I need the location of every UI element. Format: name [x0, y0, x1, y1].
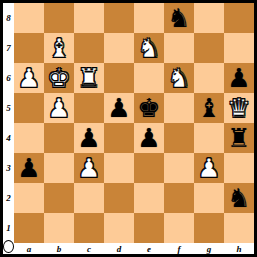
white-king-b6[interactable]: ♚: [47, 63, 70, 93]
black-pawn-e4[interactable]: ♟: [137, 123, 160, 153]
square-g4[interactable]: [194, 123, 224, 153]
rank-label-2: 2: [3, 183, 14, 213]
square-d6[interactable]: [104, 63, 134, 93]
square-b3[interactable]: [44, 153, 74, 183]
square-f2[interactable]: [164, 183, 194, 213]
square-h4[interactable]: ♜: [224, 123, 254, 153]
white-rook-c6[interactable]: ♜: [77, 63, 100, 93]
file-label-a: a: [14, 243, 44, 254]
white-pawn-c3[interactable]: ♟: [77, 153, 100, 183]
square-a3[interactable]: ♟: [14, 153, 44, 183]
rank-label-6: 6: [3, 63, 14, 93]
file-label-b: b: [44, 243, 74, 254]
side-to-move-indicator: [3, 243, 14, 254]
square-f3[interactable]: [164, 153, 194, 183]
square-h8[interactable]: [224, 3, 254, 33]
square-e8[interactable]: [134, 3, 164, 33]
square-g5[interactable]: ♝: [194, 93, 224, 123]
white-to-move-icon: [3, 240, 14, 253]
square-d1[interactable]: [104, 213, 134, 243]
file-label-e: e: [134, 243, 164, 254]
white-bishop-b7[interactable]: ♝: [47, 33, 70, 63]
square-h2[interactable]: ♞: [224, 183, 254, 213]
square-f7[interactable]: [164, 33, 194, 63]
square-c3[interactable]: ♟: [74, 153, 104, 183]
black-pawn-c4[interactable]: ♟: [77, 123, 100, 153]
square-b1[interactable]: [44, 213, 74, 243]
file-label-g: g: [194, 243, 224, 254]
white-knight-f6[interactable]: ♞: [167, 63, 190, 93]
black-pawn-d5[interactable]: ♟: [107, 93, 130, 123]
square-a6[interactable]: ♟: [14, 63, 44, 93]
square-h1[interactable]: [224, 213, 254, 243]
square-e6[interactable]: [134, 63, 164, 93]
square-b2[interactable]: [44, 183, 74, 213]
rank-label-7: 7: [3, 33, 14, 63]
black-rook-h4[interactable]: ♜: [227, 123, 250, 153]
square-h7[interactable]: [224, 33, 254, 63]
file-label-c: c: [74, 243, 104, 254]
square-b6[interactable]: ♚: [44, 63, 74, 93]
white-knight-e7[interactable]: ♞: [137, 33, 160, 63]
square-a1[interactable]: [14, 213, 44, 243]
square-h3[interactable]: [224, 153, 254, 183]
square-g3[interactable]: ♟: [194, 153, 224, 183]
white-pawn-a6[interactable]: ♟: [17, 63, 40, 93]
square-h5[interactable]: ♛: [224, 93, 254, 123]
chess-diagram: 87654321 ♞♝♞♟♚♜♞♟♟♟♚♝♛♟♟♜♟♟♟♞ abcdefgh: [0, 0, 257, 257]
square-b8[interactable]: [44, 3, 74, 33]
file-label-h: h: [224, 243, 254, 254]
black-knight-f8[interactable]: ♞: [167, 3, 190, 33]
square-g6[interactable]: [194, 63, 224, 93]
square-f4[interactable]: [164, 123, 194, 153]
chess-board: ♞♝♞♟♚♜♞♟♟♟♚♝♛♟♟♜♟♟♟♞: [14, 3, 254, 243]
black-bishop-g5[interactable]: ♝: [197, 93, 220, 123]
square-c5[interactable]: [74, 93, 104, 123]
white-pawn-g3[interactable]: ♟: [197, 153, 220, 183]
black-knight-h2[interactable]: ♞: [227, 183, 250, 213]
square-b5[interactable]: ♟: [44, 93, 74, 123]
rank-label-3: 3: [3, 153, 14, 183]
square-d8[interactable]: [104, 3, 134, 33]
square-c7[interactable]: [74, 33, 104, 63]
square-e4[interactable]: ♟: [134, 123, 164, 153]
square-g2[interactable]: [194, 183, 224, 213]
square-d3[interactable]: [104, 153, 134, 183]
file-labels: abcdefgh: [14, 243, 254, 254]
square-f1[interactable]: [164, 213, 194, 243]
square-g8[interactable]: [194, 3, 224, 33]
square-b7[interactable]: ♝: [44, 33, 74, 63]
square-d2[interactable]: [104, 183, 134, 213]
rank-label-5: 5: [3, 93, 14, 123]
white-queen-h5[interactable]: ♛: [227, 93, 250, 123]
square-e7[interactable]: ♞: [134, 33, 164, 63]
square-d4[interactable]: [104, 123, 134, 153]
rank-label-8: 8: [3, 3, 14, 33]
square-d5[interactable]: ♟: [104, 93, 134, 123]
square-a7[interactable]: [14, 33, 44, 63]
square-c6[interactable]: ♜: [74, 63, 104, 93]
rank-label-4: 4: [3, 123, 14, 153]
square-a2[interactable]: [14, 183, 44, 213]
black-pawn-a3[interactable]: ♟: [17, 153, 40, 183]
square-g1[interactable]: [194, 213, 224, 243]
black-king-e5[interactable]: ♚: [137, 93, 160, 123]
square-g7[interactable]: [194, 33, 224, 63]
square-b4[interactable]: [44, 123, 74, 153]
square-d7[interactable]: [104, 33, 134, 63]
file-label-f: f: [164, 243, 194, 254]
square-e2[interactable]: [134, 183, 164, 213]
square-f8[interactable]: ♞: [164, 3, 194, 33]
white-pawn-b5[interactable]: ♟: [47, 93, 70, 123]
square-c2[interactable]: [74, 183, 104, 213]
square-e3[interactable]: [134, 153, 164, 183]
square-c8[interactable]: [74, 3, 104, 33]
rank-labels: 87654321: [3, 3, 14, 243]
square-e1[interactable]: [134, 213, 164, 243]
black-pawn-h6[interactable]: ♟: [227, 63, 250, 93]
square-c1[interactable]: [74, 213, 104, 243]
square-f5[interactable]: [164, 93, 194, 123]
rank-label-1: 1: [3, 213, 14, 243]
square-a8[interactable]: [14, 3, 44, 33]
square-e5[interactable]: ♚: [134, 93, 164, 123]
square-c4[interactable]: ♟: [74, 123, 104, 153]
square-f6[interactable]: ♞: [164, 63, 194, 93]
square-a5[interactable]: [14, 93, 44, 123]
square-h6[interactable]: ♟: [224, 63, 254, 93]
file-label-d: d: [104, 243, 134, 254]
square-a4[interactable]: [14, 123, 44, 153]
